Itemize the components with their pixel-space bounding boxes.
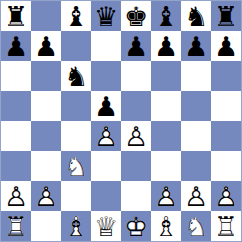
- white-bishop-outline-glyph: ♗: [151, 211, 181, 241]
- white-rook-outline-glyph: ♖: [1, 211, 31, 241]
- piece-black-pawn[interactable]: ♟: [211, 31, 241, 61]
- square-c5[interactable]: [61, 91, 91, 121]
- square-d4[interactable]: ♟♙: [91, 121, 121, 151]
- square-b3[interactable]: [31, 151, 61, 181]
- piece-white-knight[interactable]: ♞♘: [61, 151, 91, 181]
- white-pawn-outline-glyph: ♙: [91, 121, 121, 151]
- white-bishop-outline-glyph: ♗: [61, 211, 91, 241]
- white-king-outline-glyph: ♔: [121, 211, 151, 241]
- piece-black-pawn[interactable]: ♟: [91, 91, 121, 121]
- piece-white-rook[interactable]: ♜♖: [211, 211, 241, 241]
- square-b6[interactable]: [31, 61, 61, 91]
- square-e1[interactable]: ♚♔: [121, 211, 151, 241]
- square-e3[interactable]: [121, 151, 151, 181]
- square-f1[interactable]: ♝♗: [151, 211, 181, 241]
- black-knight-glyph: ♞: [181, 1, 211, 31]
- square-a6[interactable]: [1, 61, 31, 91]
- piece-black-pawn[interactable]: ♟: [181, 31, 211, 61]
- square-h1[interactable]: ♜♖: [211, 211, 241, 241]
- square-f7[interactable]: ♟: [151, 31, 181, 61]
- white-pawn-outline-glyph: ♙: [121, 121, 151, 151]
- square-c3[interactable]: ♞♘: [61, 151, 91, 181]
- square-c4[interactable]: [61, 121, 91, 151]
- square-a2[interactable]: ♟♙: [1, 181, 31, 211]
- square-c1[interactable]: ♝♗: [61, 211, 91, 241]
- square-f5[interactable]: [151, 91, 181, 121]
- square-b4[interactable]: [31, 121, 61, 151]
- piece-black-queen[interactable]: ♛: [91, 1, 121, 31]
- square-b7[interactable]: ♟: [31, 31, 61, 61]
- piece-white-knight[interactable]: ♞♘: [181, 211, 211, 241]
- square-a5[interactable]: [1, 91, 31, 121]
- square-c2[interactable]: [61, 181, 91, 211]
- square-g7[interactable]: ♟: [181, 31, 211, 61]
- black-pawn-glyph: ♟: [91, 91, 121, 121]
- square-g5[interactable]: [181, 91, 211, 121]
- square-e4[interactable]: ♟♙: [121, 121, 151, 151]
- square-b1[interactable]: [31, 211, 61, 241]
- black-bishop-glyph: ♝: [61, 1, 91, 31]
- square-h2[interactable]: ♟♙: [211, 181, 241, 211]
- piece-black-pawn[interactable]: ♟: [31, 31, 61, 61]
- white-pawn-outline-glyph: ♙: [181, 181, 211, 211]
- square-a4[interactable]: [1, 121, 31, 151]
- square-h8[interactable]: ♜: [211, 1, 241, 31]
- square-d2[interactable]: [91, 181, 121, 211]
- square-e5[interactable]: [121, 91, 151, 121]
- square-h7[interactable]: ♟: [211, 31, 241, 61]
- piece-white-pawn[interactable]: ♟♙: [181, 181, 211, 211]
- white-pawn-outline-glyph: ♙: [151, 181, 181, 211]
- black-pawn-glyph: ♟: [31, 31, 61, 61]
- square-g4[interactable]: [181, 121, 211, 151]
- square-a1[interactable]: ♜♖: [1, 211, 31, 241]
- square-g1[interactable]: ♞♘: [181, 211, 211, 241]
- chess-board: ♜♝♛♚♝♞♜♟♟♟♟♟♟♞♟♟♙♟♙♞♘♟♙♟♙♟♙♟♙♟♙♜♖♝♗♛♕♚♔♝…: [0, 0, 242, 242]
- square-c7[interactable]: [61, 31, 91, 61]
- white-rook-outline-glyph: ♖: [211, 211, 241, 241]
- square-c8[interactable]: ♝: [61, 1, 91, 31]
- square-b8[interactable]: [31, 1, 61, 31]
- black-pawn-glyph: ♟: [181, 31, 211, 61]
- black-knight-glyph: ♞: [61, 61, 91, 91]
- square-g2[interactable]: ♟♙: [181, 181, 211, 211]
- piece-black-rook[interactable]: ♜: [211, 1, 241, 31]
- square-g6[interactable]: [181, 61, 211, 91]
- square-f6[interactable]: [151, 61, 181, 91]
- square-e7[interactable]: ♟: [121, 31, 151, 61]
- piece-white-bishop[interactable]: ♝♗: [61, 211, 91, 241]
- piece-white-pawn[interactable]: ♟♙: [211, 181, 241, 211]
- white-pawn-outline-glyph: ♙: [1, 181, 31, 211]
- piece-white-queen[interactable]: ♛♕: [91, 211, 121, 241]
- piece-black-knight[interactable]: ♞: [61, 61, 91, 91]
- square-f8[interactable]: ♝: [151, 1, 181, 31]
- black-bishop-glyph: ♝: [151, 1, 181, 31]
- black-pawn-glyph: ♟: [1, 31, 31, 61]
- square-d8[interactable]: ♛: [91, 1, 121, 31]
- piece-black-pawn[interactable]: ♟: [1, 31, 31, 61]
- black-queen-glyph: ♛: [91, 1, 121, 31]
- piece-white-bishop[interactable]: ♝♗: [151, 211, 181, 241]
- square-c6[interactable]: ♞: [61, 61, 91, 91]
- piece-white-pawn[interactable]: ♟♙: [1, 181, 31, 211]
- square-e2[interactable]: [121, 181, 151, 211]
- black-pawn-glyph: ♟: [121, 31, 151, 61]
- square-f4[interactable]: [151, 121, 181, 151]
- black-pawn-glyph: ♟: [211, 31, 241, 61]
- square-b5[interactable]: [31, 91, 61, 121]
- white-pawn-outline-glyph: ♙: [211, 181, 241, 211]
- square-g8[interactable]: ♞: [181, 1, 211, 31]
- piece-white-pawn[interactable]: ♟♙: [31, 181, 61, 211]
- square-a7[interactable]: ♟: [1, 31, 31, 61]
- black-king-glyph: ♚: [121, 1, 151, 31]
- square-d3[interactable]: [91, 151, 121, 181]
- piece-black-pawn[interactable]: ♟: [151, 31, 181, 61]
- square-e8[interactable]: ♚: [121, 1, 151, 31]
- square-b2[interactable]: ♟♙: [31, 181, 61, 211]
- piece-white-pawn[interactable]: ♟♙: [121, 121, 151, 151]
- piece-white-pawn[interactable]: ♟♙: [151, 181, 181, 211]
- square-f3[interactable]: [151, 151, 181, 181]
- piece-black-pawn[interactable]: ♟: [121, 31, 151, 61]
- square-h5[interactable]: [211, 91, 241, 121]
- square-h4[interactable]: [211, 121, 241, 151]
- piece-black-king[interactable]: ♚: [121, 1, 151, 31]
- square-g3[interactable]: [181, 151, 211, 181]
- white-knight-outline-glyph: ♘: [61, 151, 91, 181]
- piece-white-king[interactable]: ♚♔: [121, 211, 151, 241]
- black-pawn-glyph: ♟: [151, 31, 181, 61]
- piece-black-knight[interactable]: ♞: [181, 1, 211, 31]
- piece-black-bishop[interactable]: ♝: [151, 1, 181, 31]
- piece-black-bishop[interactable]: ♝: [61, 1, 91, 31]
- square-e6[interactable]: [121, 61, 151, 91]
- square-d5[interactable]: ♟: [91, 91, 121, 121]
- white-pawn-outline-glyph: ♙: [31, 181, 61, 211]
- square-h6[interactable]: [211, 61, 241, 91]
- white-queen-outline-glyph: ♕: [91, 211, 121, 241]
- square-a8[interactable]: ♜: [1, 1, 31, 31]
- white-knight-outline-glyph: ♘: [181, 211, 211, 241]
- square-a3[interactable]: [1, 151, 31, 181]
- piece-white-rook[interactable]: ♜♖: [1, 211, 31, 241]
- black-rook-glyph: ♜: [1, 1, 31, 31]
- black-rook-glyph: ♜: [211, 1, 241, 31]
- piece-black-rook[interactable]: ♜: [1, 1, 31, 31]
- square-f2[interactable]: ♟♙: [151, 181, 181, 211]
- piece-white-pawn[interactable]: ♟♙: [91, 121, 121, 151]
- square-d1[interactable]: ♛♕: [91, 211, 121, 241]
- square-d7[interactable]: [91, 31, 121, 61]
- square-h3[interactable]: [211, 151, 241, 181]
- square-d6[interactable]: [91, 61, 121, 91]
